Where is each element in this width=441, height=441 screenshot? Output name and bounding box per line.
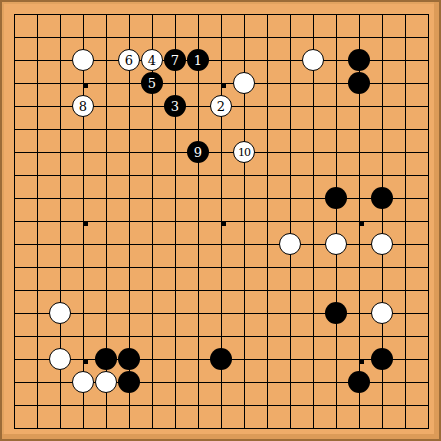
white-stone-move-2: 2 bbox=[210, 95, 232, 117]
stones-layer: 64715832910 bbox=[3, 3, 440, 440]
black-stone bbox=[371, 348, 393, 370]
white-stone bbox=[233, 72, 255, 94]
white-stone bbox=[371, 233, 393, 255]
black-stone bbox=[348, 49, 370, 71]
black-stone bbox=[325, 302, 347, 324]
white-stone bbox=[325, 233, 347, 255]
white-stone bbox=[371, 302, 393, 324]
black-stone-move-3: 3 bbox=[164, 95, 186, 117]
black-stone-move-1: 1 bbox=[187, 49, 209, 71]
white-stone bbox=[95, 371, 117, 393]
white-stone-move-6: 6 bbox=[118, 49, 140, 71]
white-stone bbox=[279, 233, 301, 255]
white-stone bbox=[49, 348, 71, 370]
white-stone bbox=[72, 49, 94, 71]
black-stone bbox=[210, 348, 232, 370]
black-stone bbox=[325, 187, 347, 209]
white-stone bbox=[49, 302, 71, 324]
black-stone bbox=[348, 371, 370, 393]
white-stone-move-8: 8 bbox=[72, 95, 94, 117]
white-stone bbox=[302, 49, 324, 71]
black-stone bbox=[118, 348, 140, 370]
go-board: 64715832910 bbox=[0, 0, 441, 441]
black-stone bbox=[348, 72, 370, 94]
black-stone-move-7: 7 bbox=[164, 49, 186, 71]
black-stone bbox=[95, 348, 117, 370]
black-stone bbox=[118, 371, 140, 393]
black-stone-move-5: 5 bbox=[141, 72, 163, 94]
black-stone bbox=[371, 187, 393, 209]
black-stone-move-9: 9 bbox=[187, 141, 209, 163]
white-stone bbox=[72, 371, 94, 393]
white-stone-move-10: 10 bbox=[233, 141, 255, 163]
white-stone-move-4: 4 bbox=[141, 49, 163, 71]
